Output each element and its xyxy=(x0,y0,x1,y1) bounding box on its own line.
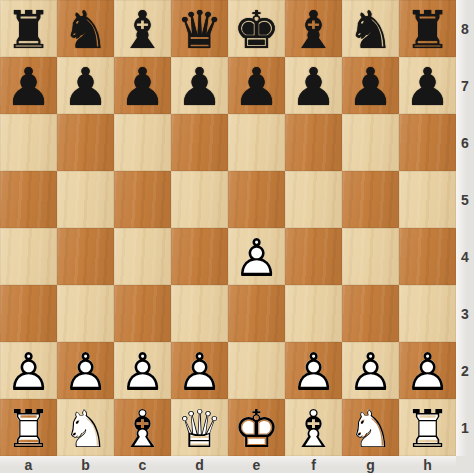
square-e5[interactable] xyxy=(228,171,285,228)
square-h5[interactable] xyxy=(399,171,456,228)
piece-outline-glyph: ♘ xyxy=(342,400,399,457)
square-a2[interactable]: ♟♙ xyxy=(0,342,57,399)
black-pawn[interactable]: ♟ xyxy=(399,57,456,114)
square-d1[interactable]: ♛♕ xyxy=(171,399,228,456)
white-king[interactable]: ♚♔ xyxy=(228,399,285,456)
piece-outline-glyph: ♙ xyxy=(57,343,114,400)
square-d4[interactable] xyxy=(171,228,228,285)
square-c5[interactable] xyxy=(114,171,171,228)
black-pawn[interactable]: ♟ xyxy=(57,57,114,114)
rank-coordinates-strip: 87654321 xyxy=(456,0,474,456)
square-g3[interactable] xyxy=(342,285,399,342)
piece-outline-glyph: ♙ xyxy=(285,343,342,400)
square-e2[interactable] xyxy=(228,342,285,399)
piece-glyph: ♟ xyxy=(399,58,456,115)
square-f7[interactable]: ♟ xyxy=(285,57,342,114)
square-e3[interactable] xyxy=(228,285,285,342)
square-g5[interactable] xyxy=(342,171,399,228)
square-c7[interactable]: ♟ xyxy=(114,57,171,114)
square-f6[interactable] xyxy=(285,114,342,171)
white-rook[interactable]: ♜♖ xyxy=(0,399,57,456)
square-c8[interactable]: ♝ xyxy=(114,0,171,57)
square-b5[interactable] xyxy=(57,171,114,228)
square-b2[interactable]: ♟♙ xyxy=(57,342,114,399)
piece-glyph: ♟ xyxy=(114,58,171,115)
file-label-b: b xyxy=(57,456,114,473)
black-queen[interactable]: ♛ xyxy=(171,0,228,57)
piece-glyph: ♝ xyxy=(114,1,171,58)
square-a5[interactable] xyxy=(0,171,57,228)
piece-outline-glyph: ♗ xyxy=(285,400,342,457)
piece-glyph: ♞ xyxy=(342,1,399,58)
piece-outline-glyph: ♖ xyxy=(399,400,456,457)
white-pawn[interactable]: ♟♙ xyxy=(342,342,399,399)
black-bishop[interactable]: ♝ xyxy=(114,0,171,57)
square-g2[interactable]: ♟♙ xyxy=(342,342,399,399)
square-d3[interactable] xyxy=(171,285,228,342)
square-a7[interactable]: ♟ xyxy=(0,57,57,114)
square-f8[interactable]: ♝ xyxy=(285,0,342,57)
white-queen[interactable]: ♛♕ xyxy=(171,399,228,456)
black-pawn[interactable]: ♟ xyxy=(0,57,57,114)
piece-outline-glyph: ♙ xyxy=(228,229,285,286)
piece-glyph: ♛ xyxy=(171,1,228,58)
piece-glyph: ♟ xyxy=(0,58,57,115)
square-b6[interactable] xyxy=(57,114,114,171)
square-e7[interactable]: ♟ xyxy=(228,57,285,114)
piece-glyph: ♜ xyxy=(0,1,57,58)
rank-label-6: 6 xyxy=(456,114,474,171)
square-a4[interactable] xyxy=(0,228,57,285)
black-bishop[interactable]: ♝ xyxy=(285,0,342,57)
black-rook[interactable]: ♜ xyxy=(399,0,456,57)
black-pawn[interactable]: ♟ xyxy=(171,57,228,114)
square-h2[interactable]: ♟♙ xyxy=(399,342,456,399)
rank-label-1: 1 xyxy=(456,399,474,456)
piece-outline-glyph: ♙ xyxy=(114,343,171,400)
square-h7[interactable]: ♟ xyxy=(399,57,456,114)
square-d5[interactable] xyxy=(171,171,228,228)
piece-outline-glyph: ♖ xyxy=(0,400,57,457)
piece-outline-glyph: ♙ xyxy=(171,343,228,400)
file-label-h: h xyxy=(399,456,456,473)
piece-outline-glyph: ♙ xyxy=(342,343,399,400)
square-e4[interactable]: ♟♙ xyxy=(228,228,285,285)
file-label-d: d xyxy=(171,456,228,473)
square-h6[interactable] xyxy=(399,114,456,171)
square-b4[interactable] xyxy=(57,228,114,285)
square-h8[interactable]: ♜ xyxy=(399,0,456,57)
rank-label-2: 2 xyxy=(456,342,474,399)
square-g8[interactable]: ♞ xyxy=(342,0,399,57)
square-c2[interactable]: ♟♙ xyxy=(114,342,171,399)
file-label-g: g xyxy=(342,456,399,473)
file-label-a: a xyxy=(0,456,57,473)
square-f5[interactable] xyxy=(285,171,342,228)
white-pawn[interactable]: ♟♙ xyxy=(0,342,57,399)
black-pawn[interactable]: ♟ xyxy=(342,57,399,114)
piece-glyph: ♟ xyxy=(228,58,285,115)
square-h1[interactable]: ♜♖ xyxy=(399,399,456,456)
white-bishop[interactable]: ♝♗ xyxy=(285,399,342,456)
piece-glyph: ♟ xyxy=(285,58,342,115)
square-d2[interactable]: ♟♙ xyxy=(171,342,228,399)
square-c3[interactable] xyxy=(114,285,171,342)
piece-glyph: ♜ xyxy=(399,1,456,58)
file-label-c: c xyxy=(114,456,171,473)
square-e1[interactable]: ♚♔ xyxy=(228,399,285,456)
square-g6[interactable] xyxy=(342,114,399,171)
piece-outline-glyph: ♗ xyxy=(114,400,171,457)
square-c1[interactable]: ♝♗ xyxy=(114,399,171,456)
piece-outline-glyph: ♔ xyxy=(228,400,285,457)
rank-label-3: 3 xyxy=(456,285,474,342)
white-pawn[interactable]: ♟♙ xyxy=(57,342,114,399)
square-g4[interactable] xyxy=(342,228,399,285)
rank-label-8: 8 xyxy=(456,0,474,57)
white-pawn[interactable]: ♟♙ xyxy=(114,342,171,399)
black-knight[interactable]: ♞ xyxy=(342,0,399,57)
piece-glyph: ♚ xyxy=(228,1,285,58)
square-b1[interactable]: ♞♘ xyxy=(57,399,114,456)
white-rook[interactable]: ♜♖ xyxy=(399,399,456,456)
square-a6[interactable] xyxy=(0,114,57,171)
square-c4[interactable] xyxy=(114,228,171,285)
rank-label-5: 5 xyxy=(456,171,474,228)
square-h3[interactable] xyxy=(399,285,456,342)
square-g7[interactable]: ♟ xyxy=(342,57,399,114)
piece-glyph: ♟ xyxy=(57,58,114,115)
black-rook[interactable]: ♜ xyxy=(0,0,57,57)
black-pawn[interactable]: ♟ xyxy=(228,57,285,114)
square-d7[interactable]: ♟ xyxy=(171,57,228,114)
piece-glyph: ♟ xyxy=(171,58,228,115)
square-a8[interactable]: ♜ xyxy=(0,0,57,57)
square-a3[interactable] xyxy=(0,285,57,342)
square-c6[interactable] xyxy=(114,114,171,171)
rank-label-4: 4 xyxy=(456,228,474,285)
black-knight[interactable]: ♞ xyxy=(57,0,114,57)
piece-glyph: ♝ xyxy=(285,1,342,58)
black-king[interactable]: ♚ xyxy=(228,0,285,57)
file-label-e: e xyxy=(228,456,285,473)
square-d6[interactable] xyxy=(171,114,228,171)
square-b7[interactable]: ♟ xyxy=(57,57,114,114)
rank-label-7: 7 xyxy=(456,57,474,114)
square-f4[interactable] xyxy=(285,228,342,285)
square-f2[interactable]: ♟♙ xyxy=(285,342,342,399)
piece-outline-glyph: ♘ xyxy=(57,400,114,457)
white-knight[interactable]: ♞♘ xyxy=(57,399,114,456)
square-f1[interactable]: ♝♗ xyxy=(285,399,342,456)
square-h4[interactable] xyxy=(399,228,456,285)
square-d8[interactable]: ♛ xyxy=(171,0,228,57)
black-pawn[interactable]: ♟ xyxy=(114,57,171,114)
white-bishop[interactable]: ♝♗ xyxy=(114,399,171,456)
white-pawn[interactable]: ♟♙ xyxy=(171,342,228,399)
square-e8[interactable]: ♚ xyxy=(228,0,285,57)
piece-outline-glyph: ♙ xyxy=(399,343,456,400)
file-label-f: f xyxy=(285,456,342,473)
white-pawn[interactable]: ♟♙ xyxy=(228,228,285,285)
white-knight[interactable]: ♞♘ xyxy=(342,399,399,456)
piece-outline-glyph: ♕ xyxy=(171,400,228,457)
black-pawn[interactable]: ♟ xyxy=(285,57,342,114)
chess-board-screen: ♜♞♝♛♚♝♞♜♟♟♟♟♟♟♟♟♟♙♟♙♟♙♟♙♟♙♟♙♟♙♟♙♜♖♞♘♝♗♛♕… xyxy=(0,0,474,473)
piece-glyph: ♟ xyxy=(342,58,399,115)
square-e6[interactable] xyxy=(228,114,285,171)
square-g1[interactable]: ♞♘ xyxy=(342,399,399,456)
square-f3[interactable] xyxy=(285,285,342,342)
square-b8[interactable]: ♞ xyxy=(57,0,114,57)
coordinates-corner xyxy=(456,456,474,473)
piece-glyph: ♞ xyxy=(57,1,114,58)
file-coordinates-strip: abcdefgh xyxy=(0,456,456,473)
square-a1[interactable]: ♜♖ xyxy=(0,399,57,456)
piece-outline-glyph: ♙ xyxy=(0,343,57,400)
white-pawn[interactable]: ♟♙ xyxy=(285,342,342,399)
square-b3[interactable] xyxy=(57,285,114,342)
white-pawn[interactable]: ♟♙ xyxy=(399,342,456,399)
chess-board: ♜♞♝♛♚♝♞♜♟♟♟♟♟♟♟♟♟♙♟♙♟♙♟♙♟♙♟♙♟♙♟♙♜♖♞♘♝♗♛♕… xyxy=(0,0,456,456)
